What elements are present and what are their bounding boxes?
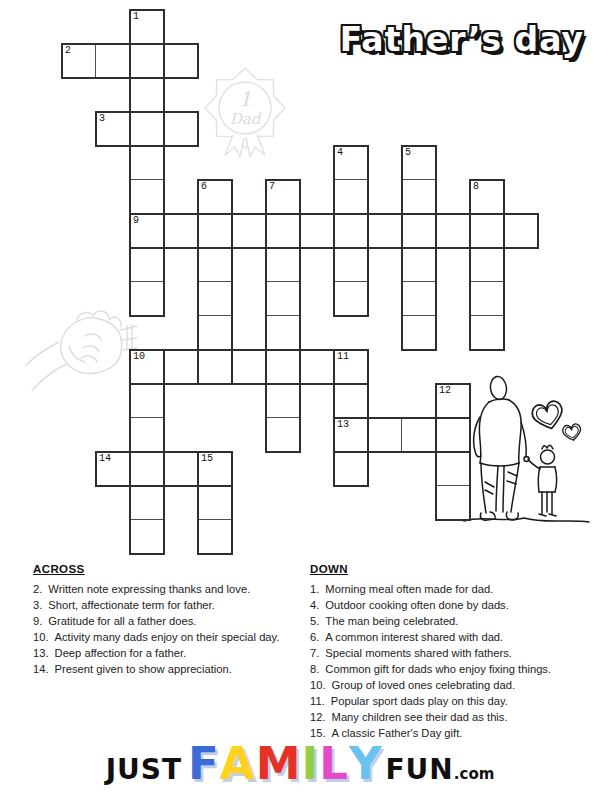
- cell-r12c2[interactable]: [130, 418, 164, 452]
- down-clue-10: 10.Group of loved ones celebrating dad.: [310, 677, 596, 693]
- clue-number-8: 8: [473, 182, 479, 192]
- down-clues: DOWN 1.Morning meal often made for dad.4…: [310, 562, 596, 741]
- down-clue-8: 8.Common gift for dads who enjoy fixing …: [310, 661, 596, 677]
- cell-r6c8[interactable]: [334, 214, 368, 248]
- down-clue-list: 1.Morning meal often made for dad.4.Outd…: [310, 581, 596, 741]
- cell-r12c6[interactable]: [266, 418, 300, 452]
- cell-r8c2[interactable]: [130, 282, 164, 316]
- cell-r6c5[interactable]: [232, 214, 266, 248]
- logo-letter-A: A: [220, 741, 255, 786]
- cell-r6c12[interactable]: [470, 214, 504, 248]
- logo-letter-I: I: [301, 741, 318, 786]
- down-clue-11: 11.Popular sport dads play on this day.: [310, 693, 596, 709]
- down-clue-1: 1.Morning meal often made for dad.: [310, 581, 596, 597]
- logo-letter-L: L: [319, 741, 348, 786]
- across-clue-2: 2.Written note expressing thanks and lov…: [33, 581, 305, 597]
- clue-number-9: 9: [133, 216, 139, 226]
- clue-number-2: 2: [65, 46, 71, 56]
- across-clues: ACROSS 2.Written note expressing thanks …: [33, 562, 305, 677]
- down-clue-5: 5.The man being celebrated.: [310, 613, 596, 629]
- cell-r5c8[interactable]: [334, 180, 368, 214]
- down-clue-12: 12.Many children see their dad as this.: [310, 709, 596, 725]
- cell-r6c6[interactable]: [266, 214, 300, 248]
- across-header: ACROSS: [33, 562, 305, 576]
- cell-r10c6[interactable]: [266, 350, 300, 384]
- cell-r6c10[interactable]: [402, 214, 436, 248]
- across-clue-9: 9.Gratitude for all a father does.: [33, 613, 305, 629]
- across-clue-10: 10.Activity many dads enjoy on their spe…: [33, 629, 305, 645]
- cell-r8c8[interactable]: [334, 282, 368, 316]
- down-clue-6: 6.A common interest shared with dad.: [310, 629, 596, 645]
- clue-number-12: 12: [439, 386, 451, 396]
- clue-number-15: 15: [201, 454, 213, 464]
- cell-r6c4[interactable]: [198, 214, 232, 248]
- clue-number-5: 5: [405, 148, 411, 158]
- logo-letter-M: M: [256, 741, 301, 786]
- cell-r10c4[interactable]: [198, 350, 232, 384]
- down-clue-7: 7.Special moments shared with fathers.: [310, 645, 596, 661]
- clue-number-4: 4: [337, 148, 343, 158]
- cell-r13c8[interactable]: [334, 452, 368, 486]
- clue-number-14: 14: [99, 454, 111, 464]
- worksheet-page: Father’s day 1 Dad: [0, 0, 600, 800]
- cell-r12c10[interactable]: [402, 418, 436, 452]
- cell-r7c8[interactable]: [334, 248, 368, 282]
- cell-r11c8[interactable]: [334, 384, 368, 418]
- across-clue-list: 2.Written note expressing thanks and lov…: [33, 581, 305, 677]
- crossword-grid: 123456789101112131415: [0, 0, 600, 560]
- cell-r1c2[interactable]: [130, 44, 164, 78]
- down-clue-4: 4.Outdoor cooking often done by dads.: [310, 597, 596, 613]
- down-header: DOWN: [310, 562, 596, 576]
- clue-number-13: 13: [337, 420, 349, 430]
- cell-r9c4[interactable]: [198, 316, 232, 350]
- cell-r6c13[interactable]: [504, 214, 538, 248]
- just-family-fun-logo: JUST FAMILY FUN .com: [106, 741, 495, 786]
- cell-r10c7[interactable]: [300, 350, 334, 384]
- cell-r9c10[interactable]: [402, 316, 436, 350]
- cell-r14c4[interactable]: [198, 486, 232, 520]
- clue-number-11: 11: [337, 352, 349, 362]
- cell-r15c2[interactable]: [130, 520, 164, 554]
- cell-r12c11[interactable]: [436, 418, 470, 452]
- cell-r13c2[interactable]: [130, 452, 164, 486]
- cell-r9c12[interactable]: [470, 316, 504, 350]
- cell-r8c10[interactable]: [402, 282, 436, 316]
- cell-r7c4[interactable]: [198, 248, 232, 282]
- cell-r2c2[interactable]: [130, 78, 164, 112]
- cell-r8c6[interactable]: [266, 282, 300, 316]
- cell-r9c6[interactable]: [266, 316, 300, 350]
- clue-number-1: 1: [133, 12, 139, 22]
- logo-family: FAMILY: [188, 741, 382, 786]
- clue-number-6: 6: [201, 182, 207, 192]
- cell-r14c2[interactable]: [130, 486, 164, 520]
- cell-r13c3[interactable]: [164, 452, 198, 486]
- cell-r4c2[interactable]: [130, 146, 164, 180]
- clue-number-7: 7: [269, 182, 275, 192]
- cell-r10c3[interactable]: [164, 350, 198, 384]
- cell-r10c5[interactable]: [232, 350, 266, 384]
- cell-r8c4[interactable]: [198, 282, 232, 316]
- cell-r3c3[interactable]: [164, 112, 198, 146]
- cell-r7c12[interactable]: [470, 248, 504, 282]
- cell-r6c11[interactable]: [436, 214, 470, 248]
- cell-r8c12[interactable]: [470, 282, 504, 316]
- cell-r15c4[interactable]: [198, 520, 232, 554]
- cell-r1c1[interactable]: [96, 44, 130, 78]
- cell-r14c11[interactable]: [436, 486, 470, 520]
- across-clue-14: 14.Present given to show appreciation.: [33, 661, 305, 677]
- across-clue-3: 3.Short, affectionate term for father.: [33, 597, 305, 613]
- cell-r7c6[interactable]: [266, 248, 300, 282]
- cell-r11c6[interactable]: [266, 384, 300, 418]
- logo-letter-F: F: [188, 741, 219, 786]
- cell-r6c7[interactable]: [300, 214, 334, 248]
- clue-number-10: 10: [133, 352, 145, 362]
- cell-r3c2[interactable]: [130, 112, 164, 146]
- logo-letter-Y: Y: [349, 741, 382, 786]
- logo-com: .com: [454, 765, 495, 783]
- cell-r12c9[interactable]: [368, 418, 402, 452]
- across-clue-13: 13.Deep affection for a father.: [33, 645, 305, 661]
- cell-r6c9[interactable]: [368, 214, 402, 248]
- cell-r1c3[interactable]: [164, 44, 198, 78]
- logo-fun: FUN: [385, 753, 453, 786]
- logo-just: JUST: [106, 753, 182, 786]
- cell-r6c3[interactable]: [164, 214, 198, 248]
- cell-r13c11[interactable]: [436, 452, 470, 486]
- cell-r5c10[interactable]: [402, 180, 436, 214]
- cell-r7c10[interactable]: [402, 248, 436, 282]
- cell-r11c2[interactable]: [130, 384, 164, 418]
- clue-number-3: 3: [99, 114, 105, 124]
- cell-r5c2[interactable]: [130, 180, 164, 214]
- cell-r7c2[interactable]: [130, 248, 164, 282]
